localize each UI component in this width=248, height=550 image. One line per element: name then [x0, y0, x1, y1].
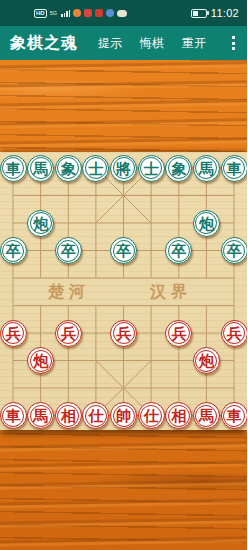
piece-black-將[interactable]: 將 — [110, 155, 137, 182]
piece-red-帥[interactable]: 帥 — [110, 402, 137, 429]
piece-character: 卒 — [227, 243, 242, 258]
piece-black-車[interactable]: 車 — [0, 155, 27, 182]
overflow-menu-icon[interactable] — [230, 34, 237, 52]
piece-character: 將 — [116, 160, 131, 175]
undo-move-button[interactable]: 悔棋 — [140, 35, 164, 52]
piece-black-馬[interactable]: 馬 — [27, 155, 54, 182]
piece-character: 兵 — [116, 325, 131, 340]
piece-black-卒[interactable]: 卒 — [55, 237, 82, 264]
piece-red-炮[interactable]: 炮 — [27, 347, 54, 374]
board-grid-lines — [0, 152, 247, 430]
piece-red-兵[interactable]: 兵 — [55, 320, 82, 347]
app-notification-orange-icon — [73, 9, 81, 17]
restart-button[interactable]: 重开 — [182, 35, 206, 52]
piece-black-象[interactable]: 象 — [55, 155, 82, 182]
app-screen: HD 5G 11:02 象棋之魂 提示 悔棋 重开 — [0, 0, 247, 550]
piece-character: 兵 — [61, 325, 76, 340]
piece-character: 兵 — [6, 325, 21, 340]
piece-character: 帥 — [116, 408, 131, 423]
river-label-han: 汉界 — [150, 278, 192, 306]
piece-character: 兵 — [171, 325, 186, 340]
piece-character: 炮 — [199, 353, 214, 368]
piece-character: 士 — [88, 160, 103, 175]
piece-red-兵[interactable]: 兵 — [221, 320, 248, 347]
piece-character: 馬 — [199, 408, 214, 423]
piece-red-馬[interactable]: 馬 — [27, 402, 54, 429]
status-bar: HD 5G 11:02 — [0, 0, 247, 26]
wood-table-background: 楚河 汉界 車馬象士將士象馬車炮炮卒卒卒卒卒兵兵兵兵兵炮炮車馬相仕帥仕相馬車 — [0, 60, 247, 550]
app-notification-pill-icon — [117, 10, 127, 17]
piece-character: 卒 — [171, 243, 186, 258]
app-title: 象棋之魂 — [10, 33, 78, 54]
xiangqi-board[interactable]: 楚河 汉界 車馬象士將士象馬車炮炮卒卒卒卒卒兵兵兵兵兵炮炮車馬相仕帥仕相馬車 — [0, 152, 247, 430]
status-bar-left: HD 5G — [34, 9, 127, 18]
piece-character: 相 — [171, 408, 186, 423]
piece-black-車[interactable]: 車 — [221, 155, 248, 182]
battery-icon — [191, 9, 207, 18]
piece-character: 車 — [6, 160, 21, 175]
piece-character: 仕 — [144, 408, 159, 423]
piece-character: 兵 — [227, 325, 242, 340]
piece-red-兵[interactable]: 兵 — [110, 320, 137, 347]
piece-character: 象 — [171, 160, 186, 175]
signal-strength-icon — [61, 9, 70, 17]
piece-character: 炮 — [33, 353, 48, 368]
piece-red-相[interactable]: 相 — [55, 402, 82, 429]
app-notification-blue-icon — [106, 9, 114, 17]
piece-black-卒[interactable]: 卒 — [0, 237, 27, 264]
piece-red-車[interactable]: 車 — [221, 402, 248, 429]
piece-black-象[interactable]: 象 — [165, 155, 192, 182]
piece-character: 仕 — [88, 408, 103, 423]
piece-character: 炮 — [199, 215, 214, 230]
piece-red-馬[interactable]: 馬 — [193, 402, 220, 429]
app-notification-red-icon-1 — [84, 9, 92, 17]
piece-character: 馬 — [33, 160, 48, 175]
app-notification-red-icon-2 — [95, 9, 103, 17]
piece-character: 馬 — [33, 408, 48, 423]
piece-character: 卒 — [6, 243, 21, 258]
river-label-chu: 楚河 — [48, 278, 90, 306]
network-5g-label: 5G — [50, 10, 57, 16]
piece-character: 車 — [227, 408, 242, 423]
piece-character: 車 — [227, 160, 242, 175]
piece-red-車[interactable]: 車 — [0, 402, 27, 429]
piece-character: 士 — [144, 160, 159, 175]
piece-red-炮[interactable]: 炮 — [193, 347, 220, 374]
app-bar-actions: 提示 悔棋 重开 — [98, 34, 237, 52]
piece-black-卒[interactable]: 卒 — [110, 237, 137, 264]
piece-character: 相 — [61, 408, 76, 423]
piece-black-馬[interactable]: 馬 — [193, 155, 220, 182]
piece-character: 炮 — [33, 215, 48, 230]
piece-black-士[interactable]: 士 — [138, 155, 165, 182]
piece-character: 馬 — [199, 160, 214, 175]
piece-character: 象 — [61, 160, 76, 175]
piece-red-兵[interactable]: 兵 — [165, 320, 192, 347]
status-bar-right: 11:02 — [191, 7, 239, 19]
clock-text: 11:02 — [211, 7, 239, 19]
piece-red-兵[interactable]: 兵 — [0, 320, 27, 347]
piece-black-炮[interactable]: 炮 — [193, 210, 220, 237]
piece-red-仕[interactable]: 仕 — [138, 402, 165, 429]
piece-black-炮[interactable]: 炮 — [27, 210, 54, 237]
piece-black-卒[interactable]: 卒 — [221, 237, 248, 264]
piece-black-士[interactable]: 士 — [82, 155, 109, 182]
hint-button[interactable]: 提示 — [98, 35, 122, 52]
piece-character: 卒 — [116, 243, 131, 258]
piece-character: 車 — [6, 408, 21, 423]
app-bar: 象棋之魂 提示 悔棋 重开 — [0, 26, 247, 60]
piece-character: 卒 — [61, 243, 76, 258]
hd-badge: HD — [34, 9, 47, 18]
